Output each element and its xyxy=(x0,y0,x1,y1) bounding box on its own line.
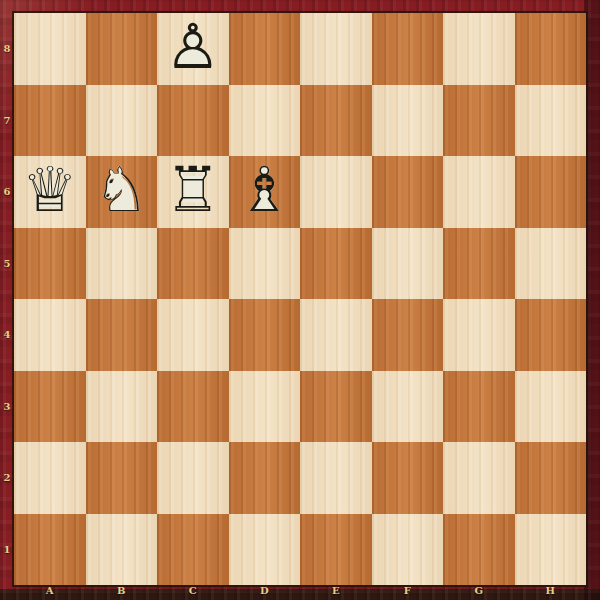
square-f4[interactable] xyxy=(372,299,444,371)
square-a1[interactable] xyxy=(14,514,86,586)
square-e7[interactable] xyxy=(300,85,372,157)
square-h6[interactable] xyxy=(515,156,587,228)
square-b1[interactable] xyxy=(86,514,158,586)
rank-label-1: 1 xyxy=(0,514,14,586)
rank-label-2: 2 xyxy=(0,442,14,514)
square-d7[interactable] xyxy=(229,85,301,157)
square-e6[interactable] xyxy=(300,156,372,228)
file-label-f: F xyxy=(372,584,444,597)
square-h8[interactable] xyxy=(515,13,587,85)
square-a4[interactable] xyxy=(14,299,86,371)
rank-label-6: 6 xyxy=(0,156,14,228)
square-g3[interactable] xyxy=(443,371,515,443)
square-c8[interactable]: ♟♙ xyxy=(157,13,229,85)
square-c2[interactable] xyxy=(157,442,229,514)
square-h1[interactable] xyxy=(515,514,587,586)
piece-white-pawn[interactable]: ♟♙ xyxy=(157,13,229,85)
square-a8[interactable] xyxy=(14,13,86,85)
square-h5[interactable] xyxy=(515,228,587,300)
square-c5[interactable] xyxy=(157,228,229,300)
square-g5[interactable] xyxy=(443,228,515,300)
square-a5[interactable] xyxy=(14,228,86,300)
piece-white-queen[interactable]: ♛♕ xyxy=(14,156,86,228)
square-e1[interactable] xyxy=(300,514,372,586)
file-label-c: C xyxy=(157,584,229,597)
square-f2[interactable] xyxy=(372,442,444,514)
square-d8[interactable] xyxy=(229,13,301,85)
square-f3[interactable] xyxy=(372,371,444,443)
file-label-a: A xyxy=(14,584,86,597)
rank-label-3: 3 xyxy=(0,371,14,443)
square-g8[interactable] xyxy=(443,13,515,85)
square-a3[interactable] xyxy=(14,371,86,443)
square-g1[interactable] xyxy=(443,514,515,586)
rank-label-4: 4 xyxy=(0,299,14,371)
square-c7[interactable] xyxy=(157,85,229,157)
square-h4[interactable] xyxy=(515,299,587,371)
square-d1[interactable] xyxy=(229,514,301,586)
square-h2[interactable] xyxy=(515,442,587,514)
rank-label-8: 8 xyxy=(0,13,14,85)
piece-outline-layer: ♖ xyxy=(157,154,229,226)
square-g2[interactable] xyxy=(443,442,515,514)
square-b7[interactable] xyxy=(86,85,158,157)
piece-white-rook[interactable]: ♜♖ xyxy=(157,156,229,228)
rank-label-7: 7 xyxy=(0,85,14,157)
square-b4[interactable] xyxy=(86,299,158,371)
square-d6[interactable]: ♝♗ xyxy=(229,156,301,228)
square-c6[interactable]: ♜♖ xyxy=(157,156,229,228)
file-label-h: H xyxy=(515,584,587,597)
piece-outline-layer: ♗ xyxy=(229,154,301,226)
square-b8[interactable] xyxy=(86,13,158,85)
square-h7[interactable] xyxy=(515,85,587,157)
square-h3[interactable] xyxy=(515,371,587,443)
square-d4[interactable] xyxy=(229,299,301,371)
chess-board: ♟♙♛♕♞♘♜♖♝♗ xyxy=(14,13,586,585)
square-f5[interactable] xyxy=(372,228,444,300)
square-a7[interactable] xyxy=(14,85,86,157)
square-e4[interactable] xyxy=(300,299,372,371)
square-g4[interactable] xyxy=(443,299,515,371)
file-label-g: G xyxy=(443,584,515,597)
piece-outline-layer: ♘ xyxy=(86,154,158,226)
piece-outline-layer: ♙ xyxy=(157,11,229,83)
file-label-b: B xyxy=(86,584,158,597)
square-d2[interactable] xyxy=(229,442,301,514)
piece-white-bishop[interactable]: ♝♗ xyxy=(229,156,301,228)
square-a2[interactable] xyxy=(14,442,86,514)
square-b2[interactable] xyxy=(86,442,158,514)
square-e8[interactable] xyxy=(300,13,372,85)
piece-white-knight[interactable]: ♞♘ xyxy=(86,156,158,228)
square-f8[interactable] xyxy=(372,13,444,85)
square-b5[interactable] xyxy=(86,228,158,300)
square-a6[interactable]: ♛♕ xyxy=(14,156,86,228)
square-c1[interactable] xyxy=(157,514,229,586)
square-e5[interactable] xyxy=(300,228,372,300)
square-b3[interactable] xyxy=(86,371,158,443)
square-f7[interactable] xyxy=(372,85,444,157)
rank-label-5: 5 xyxy=(0,228,14,300)
square-e3[interactable] xyxy=(300,371,372,443)
square-f6[interactable] xyxy=(372,156,444,228)
file-label-d: D xyxy=(229,584,301,597)
square-c4[interactable] xyxy=(157,299,229,371)
square-f1[interactable] xyxy=(372,514,444,586)
file-label-e: E xyxy=(300,584,372,597)
square-d3[interactable] xyxy=(229,371,301,443)
square-d5[interactable] xyxy=(229,228,301,300)
piece-outline-layer: ♕ xyxy=(14,154,86,226)
square-e2[interactable] xyxy=(300,442,372,514)
square-g6[interactable] xyxy=(443,156,515,228)
square-b6[interactable]: ♞♘ xyxy=(86,156,158,228)
square-g7[interactable] xyxy=(443,85,515,157)
square-c3[interactable] xyxy=(157,371,229,443)
